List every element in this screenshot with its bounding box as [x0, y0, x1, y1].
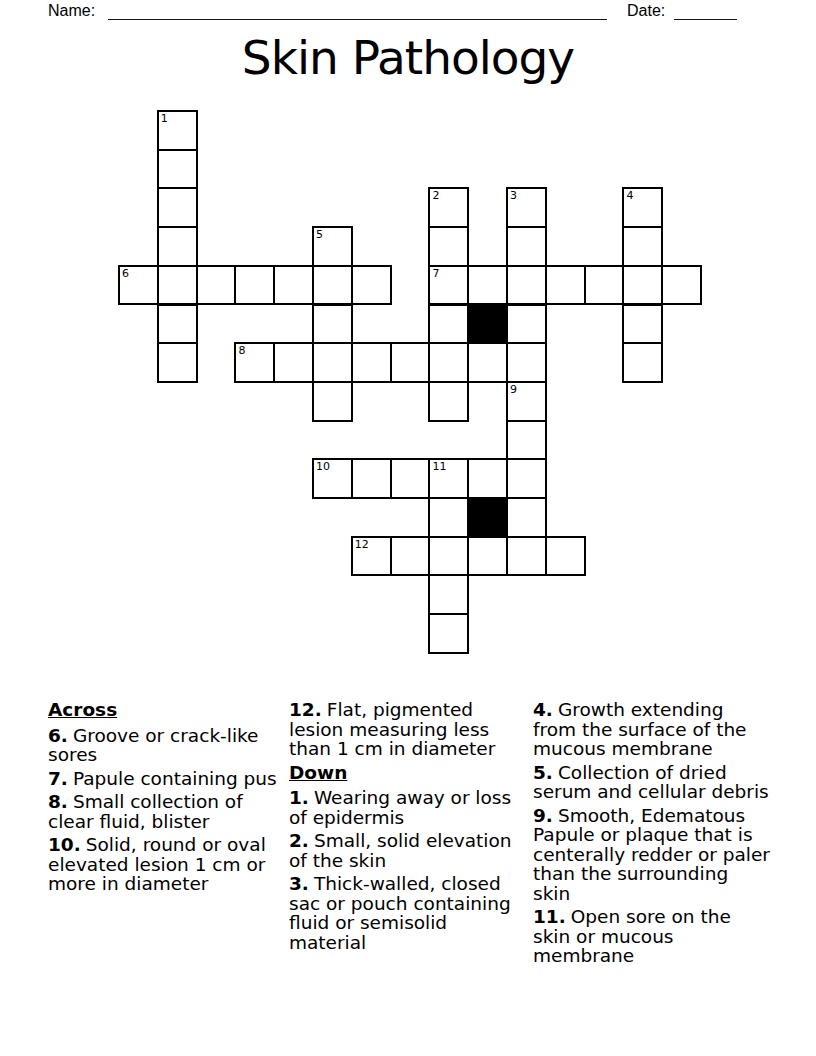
cell-number-1: 1 [161, 112, 168, 125]
grid-cell-c9r6[interactable] [467, 342, 508, 383]
grid-cell-c13r5[interactable] [622, 304, 663, 345]
clue-across-6: 6.Groove or crack-like sores [48, 726, 280, 765]
grid-cell-c8r11[interactable] [428, 536, 469, 577]
grid-cell-c10r4[interactable] [506, 265, 547, 306]
grid-cell-c14r4[interactable] [661, 265, 702, 306]
date-label: Date: [627, 1, 665, 20]
clue-down-2: 2.Small, solid elevation of the skin [289, 831, 525, 870]
grid-cell-c7r6[interactable] [390, 342, 431, 383]
grid-cell-c5r9[interactable]: 10 [312, 458, 353, 499]
grid-cell-c2r4[interactable] [196, 265, 237, 306]
grid-cell-c9r9[interactable] [467, 458, 508, 499]
grid-cell-c1r1[interactable] [157, 149, 198, 190]
grid-cell-c8r10[interactable] [428, 497, 469, 538]
cell-number-7: 7 [432, 267, 439, 280]
cell-number-5: 5 [316, 228, 323, 241]
clue-text: Wearing away or loss of epidermis [289, 787, 511, 828]
grid-cell-c10r3[interactable] [506, 226, 547, 267]
cell-number-4: 4 [626, 189, 633, 202]
clue-number: 9. [533, 805, 553, 826]
puzzle-title: Skin Pathology [0, 30, 816, 85]
clue-text: Small, solid elevation of the skin [289, 830, 512, 871]
grid-cell-c1r3[interactable] [157, 226, 198, 267]
cell-number-6: 6 [122, 267, 129, 280]
clues-column-1: Across6.Groove or crack-like sores7.Papu… [48, 700, 280, 898]
grid-cell-c13r6[interactable] [622, 342, 663, 383]
black-cell-c9r10 [467, 497, 508, 538]
cell-number-8: 8 [238, 344, 245, 357]
clue-down-3: 3.Thick-walled, closed sac or pouch cont… [289, 874, 525, 952]
grid-cell-c9r4[interactable] [467, 265, 508, 306]
grid-cell-c10r6[interactable] [506, 342, 547, 383]
clues-column-2: 12.Flat, pigmented lesion measuring less… [289, 700, 525, 956]
grid-cell-c5r3[interactable]: 5 [312, 226, 353, 267]
clue-number: 5. [533, 762, 553, 783]
clue-text: Growth extending from the surface of the… [533, 699, 747, 759]
grid-cell-c1r4[interactable] [157, 265, 198, 306]
down-heading: Down [289, 763, 525, 783]
name-blank-line[interactable] [108, 19, 607, 20]
grid-cell-c6r6[interactable] [351, 342, 392, 383]
grid-cell-c10r9[interactable] [506, 458, 547, 499]
clue-across-12: 12.Flat, pigmented lesion measuring less… [289, 700, 525, 759]
grid-cell-c0r4[interactable]: 6 [118, 265, 159, 306]
grid-cell-c8r9[interactable]: 11 [428, 458, 469, 499]
grid-cell-c6r9[interactable] [351, 458, 392, 499]
grid-cell-c8r13[interactable] [428, 613, 469, 654]
crossword-worksheet-page: Name: Date: Skin Pathology 1234567891011… [0, 0, 816, 1056]
grid-cell-c8r2[interactable]: 2 [428, 187, 469, 228]
grid-cell-c12r4[interactable] [584, 265, 625, 306]
clues-column-3: 4.Growth extending from the surface of t… [533, 700, 771, 970]
grid-cell-c11r11[interactable] [545, 536, 586, 577]
grid-cell-c13r4[interactable] [622, 265, 663, 306]
date-blank-line[interactable] [674, 19, 737, 20]
grid-cell-c8r7[interactable] [428, 381, 469, 422]
grid-cell-c8r6[interactable] [428, 342, 469, 383]
black-cell-c9r5 [467, 304, 508, 345]
grid-cell-c10r5[interactable] [506, 304, 547, 345]
grid-cell-c1r6[interactable] [157, 342, 198, 383]
cell-number-9: 9 [510, 383, 517, 396]
clue-number: 8. [48, 791, 68, 812]
clue-across-7: 7.Papule containing pus [48, 769, 280, 789]
grid-cell-c5r5[interactable] [312, 304, 353, 345]
clue-number: 6. [48, 725, 68, 746]
clue-number: 12. [289, 699, 322, 720]
clue-text: Small collection of clear fluid, blister [48, 791, 243, 832]
clue-number: 10. [48, 834, 81, 855]
clue-number: 3. [289, 873, 309, 894]
grid-cell-c4r6[interactable] [273, 342, 314, 383]
grid-cell-c1r2[interactable] [157, 187, 198, 228]
crossword-grid: 123456789101112 [118, 110, 703, 655]
grid-cell-c10r2[interactable]: 3 [506, 187, 547, 228]
clue-down-11: 11.Open sore on the skin or mucous membr… [533, 907, 771, 966]
clue-number: 7. [48, 768, 68, 789]
grid-cell-c1r5[interactable] [157, 304, 198, 345]
clue-down-5: 5.Collection of dried serum and cellular… [533, 763, 771, 802]
grid-cell-c3r6[interactable]: 8 [234, 342, 275, 383]
clue-number: 2. [289, 830, 309, 851]
grid-cell-c8r12[interactable] [428, 574, 469, 615]
grid-cell-c10r10[interactable] [506, 497, 547, 538]
clue-number: 1. [289, 787, 309, 808]
grid-cell-c1r0[interactable]: 1 [157, 110, 198, 151]
cell-number-11: 11 [432, 460, 446, 473]
name-label: Name: [48, 1, 95, 20]
clue-text: Collection of dried serum and cellular d… [533, 762, 769, 803]
clue-down-1: 1.Wearing away or loss of epidermis [289, 788, 525, 827]
cell-number-3: 3 [510, 189, 517, 202]
grid-cell-c13r3[interactable] [622, 226, 663, 267]
grid-cell-c8r3[interactable] [428, 226, 469, 267]
clue-number: 4. [533, 699, 553, 720]
across-heading: Across [48, 700, 280, 720]
clue-text: Papule containing pus [73, 768, 277, 789]
grid-cell-c6r4[interactable] [351, 265, 392, 306]
grid-cell-c10r7[interactable]: 9 [506, 381, 547, 422]
grid-cell-c5r4[interactable] [312, 265, 353, 306]
grid-cell-c5r6[interactable] [312, 342, 353, 383]
clue-text: Groove or crack-like sores [48, 725, 258, 766]
clue-down-4: 4.Growth extending from the surface of t… [533, 700, 771, 759]
clue-across-8: 8.Small collection of clear fluid, blist… [48, 792, 280, 831]
clue-text: Thick-walled, closed sac or pouch contai… [289, 873, 511, 953]
grid-cell-c4r4[interactable] [273, 265, 314, 306]
clue-across-10: 10.Solid, round or oval elevated lesion … [48, 835, 280, 894]
cell-number-12: 12 [355, 538, 369, 551]
grid-cell-c13r2[interactable]: 4 [622, 187, 663, 228]
grid-cell-c3r4[interactable] [234, 265, 275, 306]
cell-number-10: 10 [316, 460, 330, 473]
grid-cell-c10r8[interactable] [506, 420, 547, 461]
grid-cell-c9r11[interactable] [467, 536, 508, 577]
grid-cell-c7r9[interactable] [390, 458, 431, 499]
grid-cell-c8r5[interactable] [428, 304, 469, 345]
cell-number-2: 2 [432, 189, 439, 202]
grid-cell-c11r4[interactable] [545, 265, 586, 306]
grid-cell-c10r11[interactable] [506, 536, 547, 577]
clue-text: Smooth, Edematous Papule or plaque that … [533, 805, 770, 904]
clue-number: 11. [533, 906, 566, 927]
grid-cell-c6r11[interactable]: 12 [351, 536, 392, 577]
grid-cell-c7r11[interactable] [390, 536, 431, 577]
clue-down-9: 9.Smooth, Edematous Papule or plaque tha… [533, 806, 771, 904]
grid-cell-c5r7[interactable] [312, 381, 353, 422]
grid-cell-c8r4[interactable]: 7 [428, 265, 469, 306]
